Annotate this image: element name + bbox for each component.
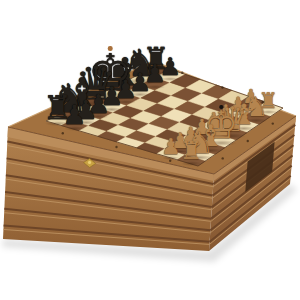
rim-screw	[62, 132, 64, 134]
clasp-detail	[88, 161, 91, 164]
rim-screw	[262, 101, 264, 103]
rim-screw	[221, 86, 223, 88]
rim-screw	[222, 157, 224, 159]
rim-screw	[169, 160, 171, 162]
chess-box	[0, 0, 300, 300]
rim-screw	[272, 122, 274, 124]
rim-screw	[247, 140, 249, 142]
rim-screw	[181, 72, 183, 74]
chess-set-photo: ♜♟♞♟♝♟♚♟♛♟♟♝♜♟♟♞♞♟♟♜♝♟♟♛♟♚♟♝♟♟♞♜	[0, 0, 300, 300]
rim-screw	[115, 146, 117, 148]
